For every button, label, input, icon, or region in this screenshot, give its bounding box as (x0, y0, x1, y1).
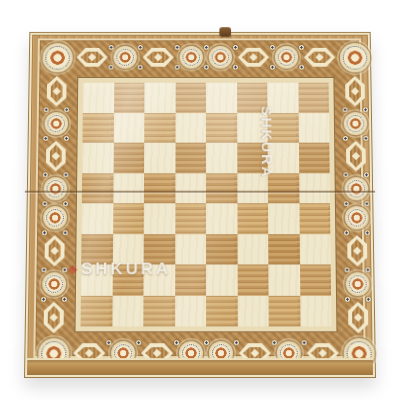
rosette-ornament (113, 46, 136, 69)
square-h5 (299, 173, 330, 203)
square-b7 (113, 113, 144, 143)
diamond-ornament (238, 48, 269, 67)
rosette-ornament (275, 46, 299, 69)
square-f3 (237, 234, 268, 265)
square-d4 (175, 203, 206, 234)
square-c8 (144, 83, 175, 113)
square-d7 (175, 113, 206, 143)
square-e1 (206, 295, 237, 326)
chess-squares-grid (81, 83, 332, 327)
border-corner-bottom-right (338, 333, 378, 373)
photo-scene: SHKURA SHKURA (0, 0, 400, 400)
ornamental-border (33, 38, 365, 358)
diamond-ornament (348, 302, 368, 334)
rosette-ornament (111, 341, 135, 365)
square-h4 (299, 203, 330, 234)
inlay-dot-pair (343, 135, 369, 141)
inlay-dot-pair (41, 296, 67, 302)
square-h8 (298, 83, 329, 113)
inlay-dot-pair (137, 45, 143, 69)
square-e7 (206, 113, 237, 143)
border-corner-bottom-left (33, 333, 73, 373)
square-g4 (268, 203, 299, 234)
square-f7 (237, 113, 268, 143)
square-g1 (269, 295, 301, 326)
square-a4 (82, 203, 113, 234)
square-c2 (143, 264, 174, 295)
border-corner-top-right (335, 38, 374, 76)
square-d6 (175, 143, 206, 173)
square-h7 (298, 113, 329, 143)
inlay-dot-pair (135, 340, 141, 366)
square-c4 (144, 203, 175, 234)
border-corner-top-left (37, 38, 76, 76)
inlay-dot-pair (344, 229, 370, 235)
border-edge-top (76, 38, 335, 76)
diamond-ornament (141, 343, 173, 363)
rosette-ornament (42, 272, 66, 296)
diamond-ornament (45, 235, 65, 266)
square-f5 (237, 173, 268, 203)
inlay-dot-pair (298, 45, 304, 69)
square-g6 (268, 143, 299, 173)
diamond-ornament (143, 48, 174, 67)
square-a2 (81, 264, 113, 295)
border-edge-bottom (73, 333, 339, 373)
square-g8 (267, 83, 298, 113)
rosette-ornament (345, 206, 369, 229)
rosette-ornament (180, 46, 203, 69)
square-a6 (82, 143, 113, 173)
square-e4 (206, 203, 237, 234)
square-b5 (113, 173, 144, 203)
square-d5 (175, 173, 206, 203)
square-e8 (206, 83, 237, 113)
square-c7 (144, 113, 175, 143)
diamond-ornament (73, 343, 105, 363)
diamond-ornament (346, 141, 366, 172)
rosette-ornament (44, 112, 68, 135)
diamond-ornament (76, 48, 107, 67)
rosette-ornament (209, 341, 233, 365)
square-a1 (81, 295, 113, 326)
square-a8 (83, 83, 114, 113)
square-b2 (112, 264, 143, 295)
square-e2 (206, 264, 237, 295)
rosette-ornament (42, 43, 73, 72)
square-h6 (298, 143, 329, 173)
square-c3 (144, 234, 175, 265)
square-h3 (299, 234, 330, 265)
square-a5 (82, 173, 113, 203)
square-b1 (112, 295, 144, 326)
square-g3 (268, 234, 299, 265)
diamond-ornament (345, 76, 365, 106)
square-b3 (112, 234, 143, 265)
playing-field-frame (76, 78, 337, 331)
rosette-ornament (209, 46, 232, 69)
hinge-clasp-icon (219, 27, 231, 36)
inlay-dot-pair (232, 45, 238, 69)
square-c1 (143, 295, 174, 326)
rosette-ornament (346, 272, 370, 296)
square-f2 (237, 264, 268, 295)
square-e5 (206, 173, 237, 203)
inlay-dot-pair (233, 340, 239, 366)
square-b8 (114, 83, 145, 113)
square-e6 (206, 143, 237, 173)
square-c5 (144, 173, 175, 203)
border-edge-right (335, 76, 378, 333)
diamond-ornament (307, 343, 339, 363)
diamond-ornament (239, 343, 271, 363)
square-g2 (268, 264, 299, 295)
square-d1 (175, 295, 206, 326)
diamond-ornament (304, 48, 335, 67)
fold-seam (25, 191, 375, 193)
square-a3 (81, 234, 112, 265)
chess-board: SHKURA SHKURA (24, 32, 376, 378)
square-d3 (175, 234, 206, 265)
square-f4 (237, 203, 268, 234)
rosette-ornament (38, 338, 69, 369)
square-f1 (237, 295, 268, 326)
rosette-ornament (43, 177, 67, 200)
rosette-ornament (344, 177, 368, 200)
rosette-ornament (339, 43, 370, 72)
rosette-ornament (43, 206, 67, 229)
rosette-ornament (179, 341, 203, 365)
inlay-dot-pair (301, 340, 307, 366)
diamond-ornament (44, 302, 64, 334)
square-c6 (144, 143, 175, 173)
square-f8 (237, 83, 268, 113)
inlay-dot-pair (345, 296, 371, 302)
square-h2 (300, 264, 332, 295)
diamond-ornament (347, 235, 367, 266)
diamond-ornament (47, 76, 67, 106)
rosette-ornament (277, 341, 301, 365)
rosette-ornament (343, 338, 374, 369)
square-b6 (113, 143, 144, 173)
square-g5 (268, 173, 299, 203)
inlay-dot-pair (42, 229, 68, 235)
rosette-ornament (344, 112, 368, 135)
square-e3 (206, 234, 237, 265)
diamond-ornament (46, 141, 66, 172)
square-d8 (175, 83, 206, 113)
square-h1 (300, 295, 332, 326)
square-b4 (113, 203, 144, 234)
inlay-dot-pair (43, 135, 69, 141)
border-edge-left (34, 76, 77, 333)
square-a7 (82, 113, 113, 143)
square-f6 (237, 143, 268, 173)
square-g7 (267, 113, 298, 143)
square-d2 (175, 264, 206, 295)
